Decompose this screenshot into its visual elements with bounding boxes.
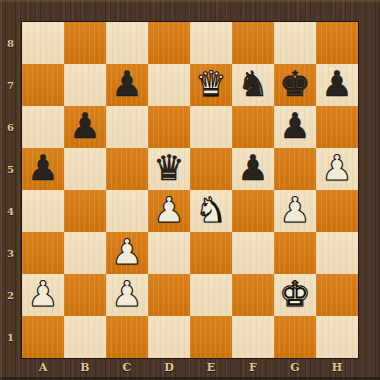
square-f6[interactable]: [232, 106, 274, 148]
file-label-h: H: [316, 357, 358, 378]
rank-label-8: 8: [0, 22, 21, 64]
piece-black-pawn-h7[interactable]: ♟: [321, 67, 352, 102]
piece-white-knight-e4[interactable]: ♞: [195, 193, 226, 228]
piece-black-pawn-c7[interactable]: ♟: [111, 67, 142, 102]
square-b5[interactable]: [64, 148, 106, 190]
file-label-d: D: [148, 357, 190, 378]
file-label-g: G: [274, 357, 316, 378]
rank-label-6: 6: [0, 106, 21, 148]
piece-white-king-g2[interactable]: ♚: [279, 277, 310, 312]
file-label-f: F: [232, 357, 274, 378]
piece-black-queen-d5[interactable]: ♛: [153, 151, 184, 186]
square-f7[interactable]: ♞: [232, 64, 274, 106]
square-c3[interactable]: ♟: [106, 232, 148, 274]
square-c8[interactable]: [106, 22, 148, 64]
square-e3[interactable]: [190, 232, 232, 274]
square-e6[interactable]: [190, 106, 232, 148]
chess-board[interactable]: ♟♛♞♚♟♟♟♟♛♟♟♟♞♟♟♟♟♚: [21, 21, 359, 359]
square-b1[interactable]: [64, 316, 106, 358]
square-e4[interactable]: ♞: [190, 190, 232, 232]
square-a5[interactable]: ♟: [22, 148, 64, 190]
piece-black-pawn-g6[interactable]: ♟: [279, 109, 310, 144]
piece-black-pawn-a5[interactable]: ♟: [27, 151, 58, 186]
square-f1[interactable]: [232, 316, 274, 358]
square-c5[interactable]: [106, 148, 148, 190]
square-h4[interactable]: [316, 190, 358, 232]
piece-white-queen-e7[interactable]: ♛: [195, 67, 226, 102]
square-d2[interactable]: [148, 274, 190, 316]
square-c7[interactable]: ♟: [106, 64, 148, 106]
square-a3[interactable]: [22, 232, 64, 274]
square-h2[interactable]: [316, 274, 358, 316]
square-h5[interactable]: ♟: [316, 148, 358, 190]
square-c4[interactable]: [106, 190, 148, 232]
piece-white-pawn-g4[interactable]: ♟: [279, 193, 310, 228]
square-g7[interactable]: ♚: [274, 64, 316, 106]
piece-white-pawn-c3[interactable]: ♟: [111, 235, 142, 270]
square-f3[interactable]: [232, 232, 274, 274]
square-f8[interactable]: [232, 22, 274, 64]
square-a2[interactable]: ♟: [22, 274, 64, 316]
square-b2[interactable]: [64, 274, 106, 316]
piece-white-pawn-a2[interactable]: ♟: [27, 277, 58, 312]
square-d7[interactable]: [148, 64, 190, 106]
square-f2[interactable]: [232, 274, 274, 316]
piece-white-pawn-c2[interactable]: ♟: [111, 277, 142, 312]
square-a1[interactable]: [22, 316, 64, 358]
square-b4[interactable]: [64, 190, 106, 232]
rank-label-4: 4: [0, 190, 21, 232]
square-f5[interactable]: ♟: [232, 148, 274, 190]
square-g6[interactable]: ♟: [274, 106, 316, 148]
square-a7[interactable]: [22, 64, 64, 106]
rank-labels: 87654321: [0, 22, 21, 358]
square-f4[interactable]: [232, 190, 274, 232]
square-d5[interactable]: ♛: [148, 148, 190, 190]
square-d1[interactable]: [148, 316, 190, 358]
square-a6[interactable]: [22, 106, 64, 148]
rank-label-5: 5: [0, 148, 21, 190]
square-b8[interactable]: [64, 22, 106, 64]
piece-black-pawn-b6[interactable]: ♟: [69, 109, 100, 144]
rank-label-1: 1: [0, 316, 21, 358]
square-g2[interactable]: ♚: [274, 274, 316, 316]
square-g5[interactable]: [274, 148, 316, 190]
square-h6[interactable]: [316, 106, 358, 148]
square-d8[interactable]: [148, 22, 190, 64]
square-d3[interactable]: [148, 232, 190, 274]
square-b6[interactable]: ♟: [64, 106, 106, 148]
square-h1[interactable]: [316, 316, 358, 358]
square-a8[interactable]: [22, 22, 64, 64]
square-a4[interactable]: [22, 190, 64, 232]
file-label-e: E: [190, 357, 232, 378]
square-g3[interactable]: [274, 232, 316, 274]
square-b7[interactable]: [64, 64, 106, 106]
square-d6[interactable]: [148, 106, 190, 148]
square-h7[interactable]: ♟: [316, 64, 358, 106]
chess-board-frame: 87654321 ♟♛♞♚♟♟♟♟♛♟♟♟♞♟♟♟♟♚ ABCDEFGH: [0, 0, 380, 380]
rank-label-2: 2: [0, 274, 21, 316]
piece-white-pawn-d4[interactable]: ♟: [153, 193, 184, 228]
square-g1[interactable]: [274, 316, 316, 358]
square-d4[interactable]: ♟: [148, 190, 190, 232]
file-label-b: B: [64, 357, 106, 378]
piece-white-pawn-h5[interactable]: ♟: [321, 151, 352, 186]
piece-black-pawn-f5[interactable]: ♟: [237, 151, 268, 186]
square-h8[interactable]: [316, 22, 358, 64]
square-c2[interactable]: ♟: [106, 274, 148, 316]
square-g8[interactable]: [274, 22, 316, 64]
square-e1[interactable]: [190, 316, 232, 358]
piece-black-king-g7[interactable]: ♚: [279, 67, 310, 102]
square-e2[interactable]: [190, 274, 232, 316]
rank-label-3: 3: [0, 232, 21, 274]
file-label-a: A: [22, 357, 64, 378]
square-c6[interactable]: [106, 106, 148, 148]
file-labels: ABCDEFGH: [22, 357, 358, 378]
square-c1[interactable]: [106, 316, 148, 358]
square-e7[interactable]: ♛: [190, 64, 232, 106]
square-g4[interactable]: ♟: [274, 190, 316, 232]
square-h3[interactable]: [316, 232, 358, 274]
rank-label-7: 7: [0, 64, 21, 106]
square-b3[interactable]: [64, 232, 106, 274]
square-e8[interactable]: [190, 22, 232, 64]
square-e5[interactable]: [190, 148, 232, 190]
piece-black-knight-f7[interactable]: ♞: [237, 67, 268, 102]
file-label-c: C: [106, 357, 148, 378]
